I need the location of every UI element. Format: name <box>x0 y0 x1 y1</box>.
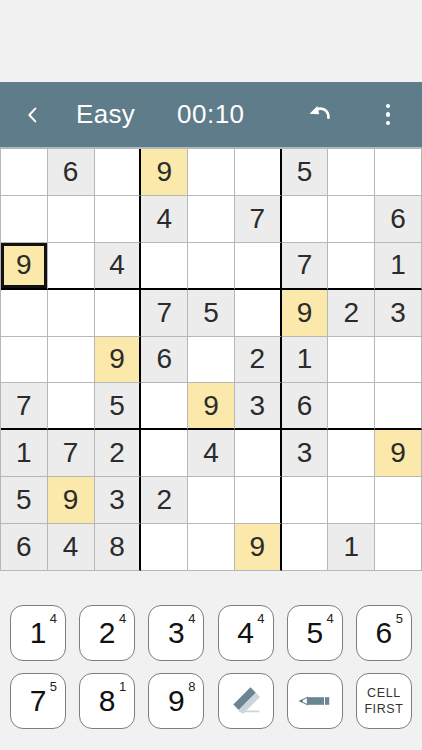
menu-dot <box>386 121 391 126</box>
cell-first-mode-button[interactable]: CELL FIRST <box>356 673 412 729</box>
cell-r5c7[interactable]: 1 <box>282 337 329 384</box>
cell-r9c1[interactable]: 6 <box>1 524 48 571</box>
key-count-badge: 1 <box>119 679 126 694</box>
key-count-badge: 8 <box>188 679 195 694</box>
cell-r6c8[interactable] <box>328 383 375 430</box>
cell-r5c1[interactable] <box>1 337 48 384</box>
number-button-9[interactable]: 98 <box>148 673 204 729</box>
cell-r4c1[interactable] <box>1 290 48 337</box>
cell-r2c7[interactable] <box>282 196 329 243</box>
key-digit: 3 <box>168 616 185 650</box>
key-count-badge: 4 <box>50 611 57 626</box>
key-count-badge: 4 <box>119 611 126 626</box>
menu-dot <box>386 104 391 109</box>
number-button-4[interactable]: 44 <box>218 605 274 661</box>
cell-r3c5[interactable] <box>188 243 235 290</box>
cell-r8c9[interactable] <box>375 477 422 524</box>
cell-r3c2[interactable] <box>48 243 95 290</box>
cell-r5c2[interactable] <box>48 337 95 384</box>
cell-r9c9[interactable] <box>375 524 422 571</box>
key-digit: 5 <box>306 616 323 650</box>
key-digit: 6 <box>376 616 393 650</box>
cell-r2c8[interactable] <box>328 196 375 243</box>
keypad-row-2: 758198 CELL FIRST <box>10 673 412 729</box>
cell-r6c2[interactable] <box>48 383 95 430</box>
cell-r9c3[interactable]: 8 <box>95 524 142 571</box>
cell-r1c6[interactable] <box>235 149 282 196</box>
cell-r8c7[interactable] <box>282 477 329 524</box>
cell-r7c5[interactable]: 4 <box>188 430 235 477</box>
cell-r2c1[interactable] <box>1 196 48 243</box>
key-digit: 7 <box>30 684 47 718</box>
cell-r8c2[interactable]: 9 <box>48 477 95 524</box>
cell-r2c5[interactable] <box>188 196 235 243</box>
cell-r1c1[interactable] <box>1 149 48 196</box>
cell-r3c7[interactable]: 7 <box>282 243 329 290</box>
keypad: 142434445465 758198 CELL FIRST <box>0 605 422 729</box>
cell-r4c5[interactable]: 5 <box>188 290 235 337</box>
cell-r4c8[interactable]: 2 <box>328 290 375 337</box>
cell-r9c6[interactable]: 9 <box>235 524 282 571</box>
cell-r7c6[interactable] <box>235 430 282 477</box>
chevron-left-icon <box>22 104 44 126</box>
cell-r1c8[interactable] <box>328 149 375 196</box>
number-button-5[interactable]: 54 <box>287 605 343 661</box>
number-button-3[interactable]: 34 <box>148 605 204 661</box>
key-count-badge: 4 <box>188 611 195 626</box>
cell-r8c5[interactable] <box>188 477 235 524</box>
difficulty-label: Easy <box>76 99 135 130</box>
cell-r6c7[interactable]: 6 <box>282 383 329 430</box>
cell-r9c2[interactable]: 4 <box>48 524 95 571</box>
sudoku-board: 695476947175923962175936172439593264891 <box>0 148 422 571</box>
cell-r1c7[interactable]: 5 <box>282 149 329 196</box>
cell-r3c6[interactable] <box>235 243 282 290</box>
number-button-2[interactable]: 24 <box>79 605 135 661</box>
undo-button[interactable] <box>302 98 338 132</box>
cell-r6c1[interactable]: 7 <box>1 383 48 430</box>
cell-r5c3[interactable]: 9 <box>95 337 142 384</box>
cell-r7c2[interactable]: 7 <box>48 430 95 477</box>
cell-r9c7[interactable] <box>282 524 329 571</box>
menu-dot <box>386 112 391 117</box>
number-button-1[interactable]: 14 <box>10 605 66 661</box>
cell-r7c1[interactable]: 1 <box>1 430 48 477</box>
cell-r6c9[interactable] <box>375 383 422 430</box>
cell-r5c8[interactable] <box>328 337 375 384</box>
cell-r7c3[interactable]: 2 <box>95 430 142 477</box>
cell-r1c3[interactable] <box>95 149 142 196</box>
cell-r6c6[interactable]: 3 <box>235 383 282 430</box>
key-digit: 1 <box>30 616 47 650</box>
key-count-badge: 4 <box>257 611 264 626</box>
mode-label-line1: CELL <box>367 685 401 701</box>
keypad-row-1: 142434445465 <box>10 605 412 661</box>
cell-r8c3[interactable]: 3 <box>95 477 142 524</box>
key-count-badge: 5 <box>396 611 403 626</box>
key-count-badge: 5 <box>50 679 57 694</box>
cell-r2c4[interactable]: 4 <box>141 196 188 243</box>
cell-r1c5[interactable] <box>188 149 235 196</box>
cell-r7c7[interactable]: 3 <box>282 430 329 477</box>
timer-label: 00:10 <box>177 99 245 130</box>
back-button[interactable] <box>20 100 46 130</box>
cell-r6c4[interactable] <box>141 383 188 430</box>
cell-r3c3[interactable]: 4 <box>95 243 142 290</box>
cell-r3c9[interactable]: 1 <box>375 243 422 290</box>
cell-r6c5[interactable]: 9 <box>188 383 235 430</box>
cell-r9c4[interactable] <box>141 524 188 571</box>
key-digit: 9 <box>168 684 185 718</box>
key-digit: 2 <box>99 616 116 650</box>
mode-label-line2: FIRST <box>364 701 403 717</box>
cell-r8c6[interactable] <box>235 477 282 524</box>
cell-r1c9[interactable] <box>375 149 422 196</box>
number-button-8[interactable]: 81 <box>79 673 135 729</box>
cell-r3c4[interactable] <box>141 243 188 290</box>
cell-r2c6[interactable]: 7 <box>235 196 282 243</box>
pencil-button[interactable] <box>287 673 343 729</box>
cell-r5c5[interactable] <box>188 337 235 384</box>
cell-r1c4[interactable]: 9 <box>141 149 188 196</box>
cell-r5c4[interactable]: 6 <box>141 337 188 384</box>
cell-r6c3[interactable]: 5 <box>95 383 142 430</box>
cell-r8c8[interactable] <box>328 477 375 524</box>
cell-r8c1[interactable]: 5 <box>1 477 48 524</box>
cell-r4c4[interactable]: 7 <box>141 290 188 337</box>
cell-r4c3[interactable] <box>95 290 142 337</box>
cell-r8c4[interactable]: 2 <box>141 477 188 524</box>
number-button-7[interactable]: 75 <box>10 673 66 729</box>
undo-arrow-icon <box>304 100 336 130</box>
cell-r4c7[interactable]: 9 <box>282 290 329 337</box>
eraser-button[interactable] <box>218 673 274 729</box>
cell-r4c6[interactable] <box>235 290 282 337</box>
key-count-badge: 4 <box>327 611 334 626</box>
pencil-icon <box>296 682 334 720</box>
cell-r4c2[interactable] <box>48 290 95 337</box>
cell-r7c4[interactable] <box>141 430 188 477</box>
cell-r5c9[interactable] <box>375 337 422 384</box>
cell-r3c8[interactable] <box>328 243 375 290</box>
cell-r7c8[interactable] <box>328 430 375 477</box>
overflow-menu-button[interactable] <box>376 98 400 132</box>
cell-r2c9[interactable]: 6 <box>375 196 422 243</box>
cell-r2c2[interactable] <box>48 196 95 243</box>
number-button-6[interactable]: 65 <box>356 605 412 661</box>
key-digit: 8 <box>99 684 116 718</box>
cell-r5c6[interactable]: 2 <box>235 337 282 384</box>
key-digit: 4 <box>237 616 254 650</box>
cell-r3c1[interactable]: 9 <box>1 243 48 290</box>
cell-r1c2[interactable]: 6 <box>48 149 95 196</box>
cell-r4c9[interactable]: 3 <box>375 290 422 337</box>
cell-r9c5[interactable] <box>188 524 235 571</box>
eraser-icon <box>228 683 264 719</box>
status-bar-spacer <box>0 0 422 82</box>
cell-r2c3[interactable] <box>95 196 142 243</box>
app-bar: Easy 00:10 <box>0 82 422 148</box>
cell-r7c9[interactable]: 9 <box>375 430 422 477</box>
cell-r9c8[interactable]: 1 <box>328 524 375 571</box>
